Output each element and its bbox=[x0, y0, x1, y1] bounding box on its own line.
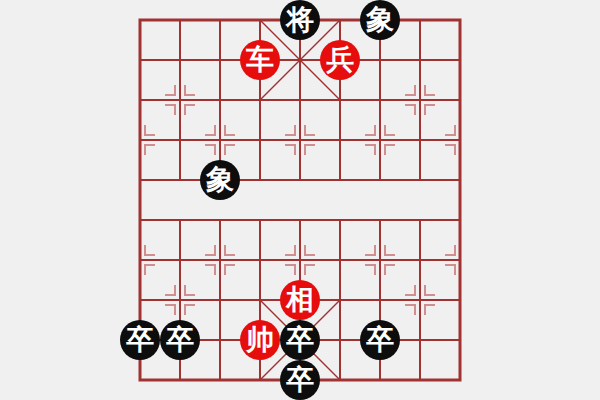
piece-red-general[interactable]: 帅 bbox=[240, 320, 280, 360]
piece-black-soldier[interactable]: 卒 bbox=[280, 360, 320, 400]
piece-black-soldier[interactable]: 卒 bbox=[280, 320, 320, 360]
piece-black-elephant[interactable]: 象 bbox=[200, 160, 240, 200]
piece-black-elephant[interactable]: 象 bbox=[360, 0, 400, 40]
piece-red-elephant[interactable]: 相 bbox=[280, 280, 320, 320]
xiangqi-diagram: 将象车兵象相卒卒帅卒卒卒 bbox=[0, 0, 600, 400]
piece-red-chariot[interactable]: 车 bbox=[240, 40, 280, 80]
piece-black-general[interactable]: 将 bbox=[280, 0, 320, 40]
piece-black-soldier[interactable]: 卒 bbox=[360, 320, 400, 360]
piece-red-soldier[interactable]: 兵 bbox=[320, 40, 360, 80]
piece-black-soldier[interactable]: 卒 bbox=[120, 320, 160, 360]
piece-black-soldier[interactable]: 卒 bbox=[160, 320, 200, 360]
